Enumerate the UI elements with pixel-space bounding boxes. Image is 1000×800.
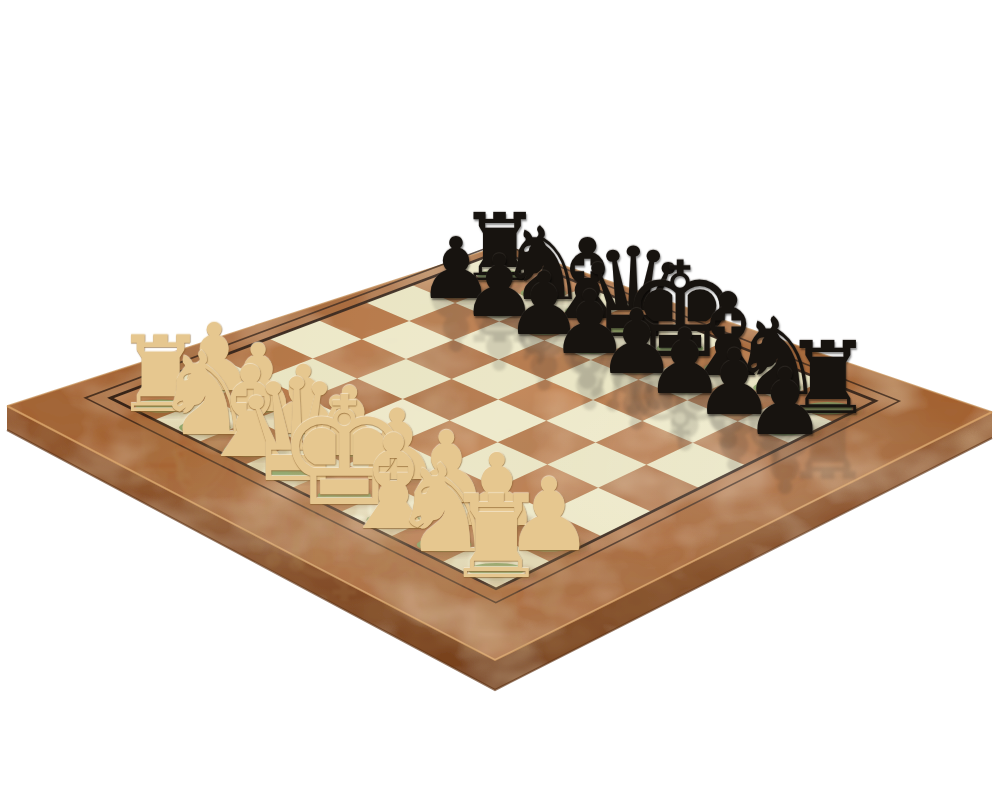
product-photo-stage: Glossy burl wood chess board shown from … [0, 0, 1000, 800]
piece-white-rook-h1[interactable]: ♜ [445, 480, 548, 595]
piece-black-pawn-h7[interactable]: ♟ [744, 357, 826, 449]
